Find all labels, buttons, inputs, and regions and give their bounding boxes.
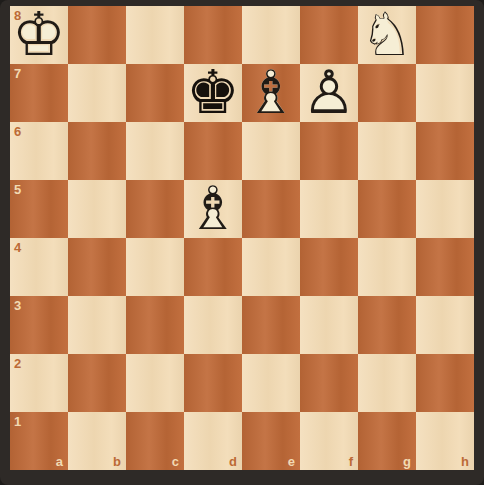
square-g2[interactable] [358, 354, 416, 412]
square-b2[interactable] [68, 354, 126, 412]
square-c5[interactable] [126, 180, 184, 238]
file-label-h: h [461, 455, 469, 468]
square-b1[interactable]: b [68, 412, 126, 470]
square-e8[interactable] [242, 6, 300, 64]
square-g3[interactable] [358, 296, 416, 354]
square-a4[interactable]: 4 [10, 238, 68, 296]
square-d6[interactable] [184, 122, 242, 180]
square-f6[interactable] [300, 122, 358, 180]
square-f1[interactable]: f [300, 412, 358, 470]
square-e2[interactable] [242, 354, 300, 412]
square-e1[interactable]: e [242, 412, 300, 470]
file-label-d: d [229, 455, 237, 468]
square-a2[interactable]: 2 [10, 354, 68, 412]
rank-label-4: 4 [14, 241, 21, 254]
white-knight[interactable]: ♞♘ [358, 6, 416, 64]
square-h4[interactable] [416, 238, 474, 296]
square-c7[interactable] [126, 64, 184, 122]
rank-label-2: 2 [14, 357, 21, 370]
square-b7[interactable] [68, 64, 126, 122]
file-label-g: g [403, 455, 411, 468]
file-label-f: f [349, 455, 353, 468]
rank-label-3: 3 [14, 299, 21, 312]
square-c2[interactable] [126, 354, 184, 412]
file-label-a: a [56, 455, 63, 468]
square-a5[interactable]: 5 [10, 180, 68, 238]
square-e4[interactable] [242, 238, 300, 296]
white-pawn[interactable]: ♟♙ [300, 64, 358, 122]
square-e3[interactable] [242, 296, 300, 354]
square-e6[interactable] [242, 122, 300, 180]
square-h2[interactable] [416, 354, 474, 412]
square-f4[interactable] [300, 238, 358, 296]
white-king[interactable]: ♚♔ [10, 6, 68, 64]
square-h5[interactable] [416, 180, 474, 238]
file-label-c: c [172, 455, 179, 468]
square-f7[interactable]: ♟♙ [300, 64, 358, 122]
square-c1[interactable]: c [126, 412, 184, 470]
square-d4[interactable] [184, 238, 242, 296]
square-d7[interactable]: ♚ [184, 64, 242, 122]
square-d1[interactable]: d [184, 412, 242, 470]
square-a7[interactable]: 7 [10, 64, 68, 122]
square-g4[interactable] [358, 238, 416, 296]
square-f8[interactable] [300, 6, 358, 64]
square-d8[interactable] [184, 6, 242, 64]
white-bishop[interactable]: ♝♗ [242, 64, 300, 122]
file-label-b: b [113, 455, 121, 468]
square-e5[interactable] [242, 180, 300, 238]
square-b5[interactable] [68, 180, 126, 238]
square-c6[interactable] [126, 122, 184, 180]
square-a1[interactable]: 1a [10, 412, 68, 470]
rank-label-5: 5 [14, 183, 21, 196]
square-c3[interactable] [126, 296, 184, 354]
square-d2[interactable] [184, 354, 242, 412]
rank-label-7: 7 [14, 67, 21, 80]
square-h8[interactable] [416, 6, 474, 64]
square-f2[interactable] [300, 354, 358, 412]
square-g1[interactable]: g [358, 412, 416, 470]
board: 8♚♔♞♘7♚♝♗♟♙65♝♗4321abcdefgh [10, 6, 474, 470]
square-f3[interactable] [300, 296, 358, 354]
rank-label-1: 1 [14, 415, 21, 428]
square-e7[interactable]: ♝♗ [242, 64, 300, 122]
square-d5[interactable]: ♝♗ [184, 180, 242, 238]
square-b3[interactable] [68, 296, 126, 354]
square-f5[interactable] [300, 180, 358, 238]
square-h1[interactable]: h [416, 412, 474, 470]
rank-label-6: 6 [14, 125, 21, 138]
square-g6[interactable] [358, 122, 416, 180]
square-h7[interactable] [416, 64, 474, 122]
file-label-e: e [288, 455, 295, 468]
square-g7[interactable] [358, 64, 416, 122]
square-b6[interactable] [68, 122, 126, 180]
square-a8[interactable]: 8♚♔ [10, 6, 68, 64]
square-h6[interactable] [416, 122, 474, 180]
square-c4[interactable] [126, 238, 184, 296]
white-bishop[interactable]: ♝♗ [184, 180, 242, 238]
square-a6[interactable]: 6 [10, 122, 68, 180]
square-g8[interactable]: ♞♘ [358, 6, 416, 64]
square-g5[interactable] [358, 180, 416, 238]
square-b8[interactable] [68, 6, 126, 64]
chess-board-frame: 8♚♔♞♘7♚♝♗♟♙65♝♗4321abcdefgh [0, 0, 484, 485]
square-h3[interactable] [416, 296, 474, 354]
square-a3[interactable]: 3 [10, 296, 68, 354]
square-c8[interactable] [126, 6, 184, 64]
square-d3[interactable] [184, 296, 242, 354]
square-b4[interactable] [68, 238, 126, 296]
black-king[interactable]: ♚ [184, 64, 242, 122]
